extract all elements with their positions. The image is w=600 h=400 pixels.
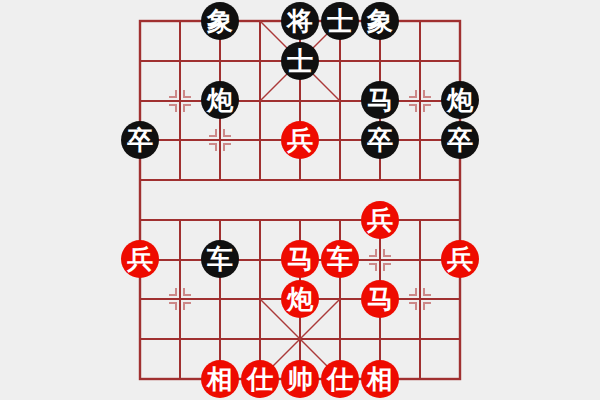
black-horse[interactable]: 马 bbox=[361, 81, 399, 119]
red-soldier[interactable]: 兵 bbox=[361, 201, 399, 239]
black-elephant[interactable]: 象 bbox=[201, 2, 239, 40]
black-chariot[interactable]: 车 bbox=[201, 240, 239, 278]
red-advisor[interactable]: 仕 bbox=[321, 360, 359, 398]
xiangqi-board: 象将士象士炮马炮卒兵卒卒兵兵车马车兵炮马相仕帅仕相 bbox=[0, 0, 600, 400]
black-advisor[interactable]: 士 bbox=[321, 2, 359, 40]
red-soldier[interactable]: 兵 bbox=[121, 240, 159, 278]
red-soldier[interactable]: 兵 bbox=[281, 121, 319, 159]
red-elephant[interactable]: 相 bbox=[201, 360, 239, 398]
black-soldier[interactable]: 卒 bbox=[441, 121, 479, 159]
red-cannon[interactable]: 炮 bbox=[281, 280, 319, 318]
black-soldier[interactable]: 卒 bbox=[121, 121, 159, 159]
red-chariot[interactable]: 车 bbox=[321, 240, 359, 278]
red-horse[interactable]: 马 bbox=[361, 280, 399, 318]
red-advisor[interactable]: 仕 bbox=[241, 360, 279, 398]
red-elephant[interactable]: 相 bbox=[361, 360, 399, 398]
black-soldier[interactable]: 卒 bbox=[361, 121, 399, 159]
black-cannon[interactable]: 炮 bbox=[441, 81, 479, 119]
red-soldier[interactable]: 兵 bbox=[441, 240, 479, 278]
red-horse[interactable]: 马 bbox=[281, 240, 319, 278]
black-cannon[interactable]: 炮 bbox=[201, 81, 239, 119]
black-general[interactable]: 将 bbox=[281, 2, 319, 40]
piece-layer: 象将士象士炮马炮卒兵卒卒兵兵车马车兵炮马相仕帅仕相 bbox=[120, 1, 480, 399]
black-advisor[interactable]: 士 bbox=[281, 42, 319, 80]
black-elephant[interactable]: 象 bbox=[361, 2, 399, 40]
red-general[interactable]: 帅 bbox=[281, 360, 319, 398]
